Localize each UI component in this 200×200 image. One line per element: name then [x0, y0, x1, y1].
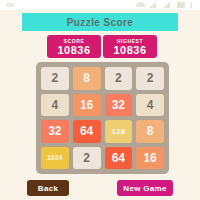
- wifi-icon: [136, 2, 145, 7]
- tile-64: 64: [73, 120, 101, 143]
- tile-16: 16: [136, 147, 164, 170]
- tile-32: 32: [105, 94, 133, 117]
- tile-4: 4: [136, 94, 164, 117]
- title-banner: Puzzle Score: [22, 13, 178, 31]
- app-screen: Puzzle Score SCORE 10836 HIGHEST 10836 2…: [0, 0, 200, 200]
- tile-2: 2: [41, 67, 69, 90]
- tile-4: 4: [41, 94, 69, 117]
- menu-dots-icon: [190, 2, 192, 8]
- tile-2: 2: [105, 67, 133, 90]
- tile-1024: 1024: [41, 147, 69, 170]
- score-box: SCORE 10836: [47, 35, 101, 58]
- highest-score-box: HIGHEST 10836: [103, 35, 157, 58]
- highest-value: 10836: [113, 44, 146, 56]
- status-bar: [0, 0, 200, 10]
- signal-icon: [163, 2, 170, 8]
- tile-16: 16: [73, 94, 101, 117]
- tile-64: 64: [105, 147, 133, 170]
- notification-icon: [6, 3, 14, 7]
- game-board-2048[interactable]: 282241632432641288102426416: [36, 62, 169, 174]
- back-button[interactable]: Back: [27, 180, 69, 196]
- tile-8: 8: [136, 120, 164, 143]
- new-game-button[interactable]: New Game: [117, 180, 173, 196]
- tile-2: 2: [136, 67, 164, 90]
- tile-32: 32: [41, 120, 69, 143]
- signal-icon: [149, 2, 156, 8]
- tile-128: 128: [105, 120, 133, 143]
- score-value: 10836: [57, 44, 90, 56]
- tile-2: 2: [73, 147, 101, 170]
- battery-icon: [177, 2, 185, 8]
- page-title: Puzzle Score: [67, 17, 134, 28]
- tile-8: 8: [73, 67, 101, 90]
